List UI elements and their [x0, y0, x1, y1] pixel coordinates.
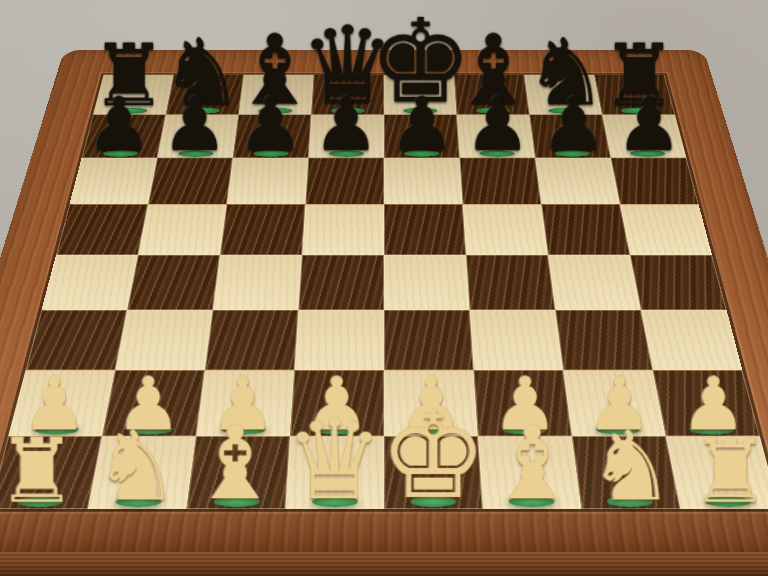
square-a6[interactable]	[69, 158, 157, 205]
square-h4[interactable]	[630, 255, 727, 310]
piece-black-pawn-e7[interactable]: ♟	[389, 90, 455, 160]
square-a7[interactable]: ♟	[82, 115, 166, 158]
piece-black-pawn-h7[interactable]: ♟	[616, 90, 682, 160]
square-g7[interactable]: ♟	[529, 115, 610, 158]
square-h1[interactable]: ♜	[666, 436, 768, 509]
square-c6[interactable]	[227, 158, 309, 205]
square-g6[interactable]	[535, 158, 620, 205]
chessboard-3d-group: ♜♞♝♛♚♝♞♜♟♟♟♟♟♟♟♟♟♟♟♟♟♟♟♟♜♞♝♛♚♝♞♜	[0, 50, 768, 563]
square-e5[interactable]	[384, 204, 466, 255]
square-b6[interactable]	[148, 158, 233, 205]
square-e6[interactable]	[384, 158, 463, 205]
square-d7[interactable]: ♟	[308, 115, 384, 158]
piece-black-pawn-d7[interactable]: ♟	[313, 90, 379, 160]
board-front-edge	[0, 552, 768, 576]
square-e4[interactable]	[384, 255, 470, 310]
square-g4[interactable]	[548, 255, 641, 310]
piece-white-rook-h1[interactable]: ♜	[690, 428, 768, 513]
square-c7[interactable]: ♟	[233, 115, 311, 158]
board-well: ♜♞♝♛♚♝♞♜♟♟♟♟♟♟♟♟♟♟♟♟♟♟♟♟♜♞♝♛♚♝♞♜	[0, 73, 768, 511]
square-d1[interactable]: ♛	[285, 436, 384, 509]
piece-white-king-e1[interactable]: ♚	[379, 398, 487, 513]
chess-photo-scene: ♜♞♝♛♚♝♞♜♟♟♟♟♟♟♟♟♟♟♟♟♟♟♟♟♜♞♝♛♚♝♞♜	[0, 0, 768, 576]
square-d5[interactable]	[302, 204, 384, 255]
piece-white-rook-a1[interactable]: ♜	[0, 428, 78, 513]
square-b7[interactable]: ♟	[157, 115, 238, 158]
square-f1[interactable]: ♝	[478, 436, 582, 509]
square-b1[interactable]: ♞	[88, 436, 196, 509]
board-frame: ♜♞♝♛♚♝♞♜♟♟♟♟♟♟♟♟♟♟♟♟♟♟♟♟♜♞♝♛♚♝♞♜	[0, 50, 768, 563]
square-h7[interactable]: ♟	[602, 115, 686, 158]
square-h6[interactable]	[611, 158, 699, 205]
square-e7[interactable]: ♟	[384, 115, 460, 158]
square-c4[interactable]	[213, 255, 302, 310]
piece-black-pawn-g7[interactable]: ♟	[540, 90, 606, 160]
piece-white-knight-g1[interactable]: ♞	[588, 421, 675, 513]
square-g5[interactable]	[541, 204, 630, 255]
square-f6[interactable]	[460, 158, 542, 205]
square-g1[interactable]: ♞	[572, 436, 680, 509]
square-e1[interactable]: ♚	[384, 436, 483, 509]
piece-black-pawn-a7[interactable]: ♟	[86, 90, 152, 160]
piece-white-knight-b1[interactable]: ♞	[93, 421, 180, 513]
square-f4[interactable]	[466, 255, 555, 310]
square-d4[interactable]	[298, 255, 384, 310]
square-b4[interactable]	[127, 255, 220, 310]
piece-white-bishop-c1[interactable]: ♝	[190, 416, 281, 512]
piece-black-pawn-f7[interactable]: ♟	[464, 90, 530, 160]
square-a4[interactable]	[41, 255, 138, 310]
square-h5[interactable]	[620, 204, 712, 255]
square-c1[interactable]: ♝	[186, 436, 290, 509]
square-a5[interactable]	[56, 204, 148, 255]
piece-black-pawn-b7[interactable]: ♟	[162, 90, 228, 160]
square-c5[interactable]	[220, 204, 305, 255]
square-f5[interactable]	[463, 204, 548, 255]
square-b5[interactable]	[138, 204, 227, 255]
piece-white-bishop-f1[interactable]: ♝	[487, 416, 578, 512]
square-a1[interactable]: ♜	[0, 436, 102, 509]
chessboard: ♜♞♝♛♚♝♞♜♟♟♟♟♟♟♟♟♟♟♟♟♟♟♟♟♜♞♝♛♚♝♞♜	[0, 75, 768, 509]
square-f7[interactable]: ♟	[457, 115, 535, 158]
piece-black-pawn-c7[interactable]: ♟	[237, 90, 303, 160]
square-d6[interactable]	[305, 158, 384, 205]
piece-white-queen-d1[interactable]: ♛	[285, 407, 385, 513]
